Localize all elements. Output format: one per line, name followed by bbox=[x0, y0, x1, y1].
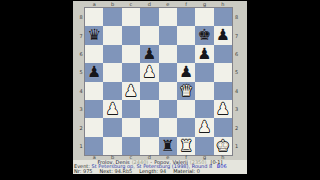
rank-labels-left: 87654321 bbox=[78, 8, 84, 155]
square-c3[interactable] bbox=[122, 100, 140, 118]
file-label-f: f bbox=[177, 2, 195, 7]
next-move: Next: 94.Rb5 bbox=[100, 169, 133, 174]
square-f7[interactable] bbox=[177, 26, 195, 44]
screenshot-root: { "game": "chess", "position": "8/q5kp/3… bbox=[0, 0, 320, 180]
square-h5[interactable] bbox=[214, 63, 232, 81]
square-g5[interactable] bbox=[195, 63, 213, 81]
rank-label-1: 1 bbox=[234, 137, 240, 155]
black-king-g7[interactable]: ♚ bbox=[198, 26, 212, 44]
square-e5[interactable] bbox=[159, 63, 177, 81]
rank-label-4: 4 bbox=[234, 82, 240, 100]
file-labels-top: abcdefgh bbox=[85, 2, 232, 7]
white-pawn-h3[interactable]: ♟ bbox=[216, 100, 230, 118]
square-e4[interactable] bbox=[159, 82, 177, 100]
white-pawn-g2[interactable]: ♟ bbox=[198, 118, 212, 136]
rank-label-6: 6 bbox=[234, 45, 240, 63]
square-g7[interactable]: ♚ bbox=[195, 26, 213, 44]
file-label-a: a bbox=[85, 2, 103, 7]
square-h7[interactable]: ♟ bbox=[214, 26, 232, 44]
square-a4[interactable] bbox=[85, 82, 103, 100]
black-rook-e1[interactable]: ♜ bbox=[161, 137, 175, 155]
square-c2[interactable] bbox=[122, 118, 140, 136]
board-panel: abcdefgh 87654321 ♛♚♟♟♟♟♟♟♟♛♟♟♟♜♜♚ 87654… bbox=[73, 1, 247, 173]
square-d6[interactable]: ♟ bbox=[140, 45, 158, 63]
square-g8[interactable] bbox=[195, 8, 213, 26]
square-f2[interactable] bbox=[177, 118, 195, 136]
game-caption: Frolov, Denis (2440) - Popov, Valerij (2… bbox=[73, 160, 247, 175]
black-pawn-f5[interactable]: ♟ bbox=[179, 63, 193, 81]
white-king-h1[interactable]: ♚ bbox=[216, 137, 230, 155]
square-f5[interactable]: ♟ bbox=[177, 63, 195, 81]
rank-label-5: 5 bbox=[78, 63, 84, 81]
game-number: Nr: 975 bbox=[74, 169, 93, 174]
square-c4[interactable]: ♟ bbox=[122, 82, 140, 100]
file-label-h: h bbox=[214, 2, 232, 7]
black-pawn-h7[interactable]: ♟ bbox=[216, 26, 230, 44]
square-a6[interactable] bbox=[85, 45, 103, 63]
square-e2[interactable] bbox=[159, 118, 177, 136]
square-b2[interactable] bbox=[103, 118, 121, 136]
eco-code: B06 bbox=[217, 163, 227, 169]
square-a3[interactable] bbox=[85, 100, 103, 118]
rank-label-2: 2 bbox=[78, 118, 84, 136]
white-queen-f4[interactable]: ♛ bbox=[179, 82, 193, 100]
square-d3[interactable] bbox=[140, 100, 158, 118]
square-c7[interactable] bbox=[122, 26, 140, 44]
square-c6[interactable] bbox=[122, 45, 140, 63]
square-g2[interactable]: ♟ bbox=[195, 118, 213, 136]
square-h1[interactable]: ♚ bbox=[214, 137, 232, 155]
black-queen-a7[interactable]: ♛ bbox=[87, 26, 101, 44]
rank-labels-right: 87654321 bbox=[234, 8, 240, 155]
square-h6[interactable] bbox=[214, 45, 232, 63]
square-a1[interactable] bbox=[85, 137, 103, 155]
square-f8[interactable] bbox=[177, 8, 195, 26]
square-g1[interactable] bbox=[195, 137, 213, 155]
material-balance: Material: 0 bbox=[173, 169, 200, 174]
square-a2[interactable] bbox=[85, 118, 103, 136]
rank-label-7: 7 bbox=[78, 26, 84, 44]
file-label-b: b bbox=[103, 2, 121, 7]
rank-label-7: 7 bbox=[234, 26, 240, 44]
square-b7[interactable] bbox=[103, 26, 121, 44]
square-f1[interactable]: ♜ bbox=[177, 137, 195, 155]
square-d7[interactable] bbox=[140, 26, 158, 44]
rank-label-2: 2 bbox=[234, 118, 240, 136]
square-e1[interactable]: ♜ bbox=[159, 137, 177, 155]
square-e3[interactable] bbox=[159, 100, 177, 118]
white-rook-f1[interactable]: ♜ bbox=[179, 137, 193, 155]
square-a7[interactable]: ♛ bbox=[85, 26, 103, 44]
square-a8[interactable] bbox=[85, 8, 103, 26]
square-a5[interactable]: ♟ bbox=[85, 63, 103, 81]
rank-label-3: 3 bbox=[234, 100, 240, 118]
square-b8[interactable] bbox=[103, 8, 121, 26]
white-pawn-b3[interactable]: ♟ bbox=[106, 100, 120, 118]
square-h2[interactable] bbox=[214, 118, 232, 136]
square-h4[interactable] bbox=[214, 82, 232, 100]
square-g4[interactable] bbox=[195, 82, 213, 100]
square-g3[interactable] bbox=[195, 100, 213, 118]
rank-label-3: 3 bbox=[78, 100, 84, 118]
rank-label-8: 8 bbox=[234, 8, 240, 26]
square-c8[interactable] bbox=[122, 8, 140, 26]
square-h8[interactable] bbox=[214, 8, 232, 26]
square-g6[interactable]: ♟ bbox=[195, 45, 213, 63]
square-c5[interactable] bbox=[122, 63, 140, 81]
square-f4[interactable]: ♛ bbox=[177, 82, 195, 100]
square-d4[interactable] bbox=[140, 82, 158, 100]
square-b3[interactable]: ♟ bbox=[103, 100, 121, 118]
square-d8[interactable] bbox=[140, 8, 158, 26]
square-e7[interactable] bbox=[159, 26, 177, 44]
square-b1[interactable] bbox=[103, 137, 121, 155]
file-label-c: c bbox=[122, 2, 140, 7]
black-pawn-d6[interactable]: ♟ bbox=[142, 45, 156, 63]
black-pawn-a5[interactable]: ♟ bbox=[87, 63, 101, 81]
square-b5[interactable] bbox=[103, 63, 121, 81]
white-pawn-c4[interactable]: ♟ bbox=[124, 82, 138, 100]
square-h3[interactable]: ♟ bbox=[214, 100, 232, 118]
rank-label-4: 4 bbox=[78, 82, 84, 100]
square-b6[interactable] bbox=[103, 45, 121, 63]
board: ♛♚♟♟♟♟♟♟♟♛♟♟♟♜♜♚ bbox=[85, 8, 232, 155]
square-d1[interactable] bbox=[140, 137, 158, 155]
file-label-g: g bbox=[195, 2, 213, 7]
stats-line: Nr: 975 Next: 94.Rb5 Length: 94 Material… bbox=[73, 169, 247, 174]
rank-label-8: 8 bbox=[78, 8, 84, 26]
white-pawn-d5[interactable]: ♟ bbox=[142, 63, 156, 81]
square-b4[interactable] bbox=[103, 82, 121, 100]
square-f6[interactable] bbox=[177, 45, 195, 63]
square-e8[interactable] bbox=[159, 8, 177, 26]
black-pawn-g6[interactable]: ♟ bbox=[198, 45, 212, 63]
square-d2[interactable] bbox=[140, 118, 158, 136]
game-length: Length: 94 bbox=[139, 169, 166, 174]
rank-label-5: 5 bbox=[234, 63, 240, 81]
file-label-d: d bbox=[140, 2, 158, 7]
square-e6[interactable] bbox=[159, 45, 177, 63]
rank-label-1: 1 bbox=[78, 137, 84, 155]
file-label-e: e bbox=[159, 2, 177, 7]
square-c1[interactable] bbox=[122, 137, 140, 155]
square-f3[interactable] bbox=[177, 100, 195, 118]
square-d5[interactable]: ♟ bbox=[140, 63, 158, 81]
rank-label-6: 6 bbox=[78, 45, 84, 63]
